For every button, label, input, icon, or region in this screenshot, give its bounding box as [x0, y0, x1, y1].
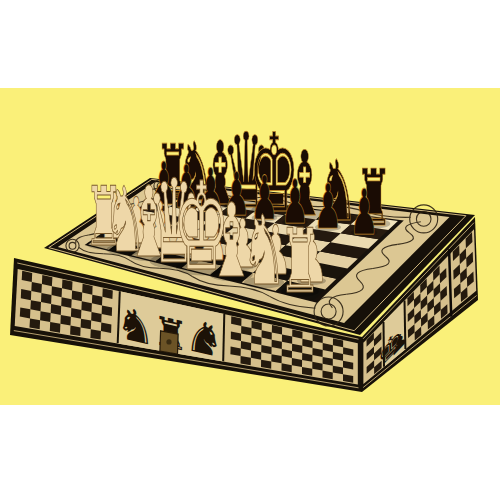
chess-set-scene: ♞♜♞♚♟♜♞♝♟♟♛♟♚♟♝♟♞♟♜♟♟♟♟♜♟♞♟♝♟♛♟♚♟♝♟♞♜	[0, 0, 500, 500]
knight-silhouette-mirrored: ♞	[184, 308, 223, 368]
knight-silhouette: ♞	[116, 296, 155, 356]
piece-black-p-h7: ♟	[349, 175, 378, 249]
clasp-knob	[166, 339, 171, 344]
piece-white-r-h1: ♜	[279, 209, 320, 313]
product-photo-stage: ♞♜♞♚♟♜♞♝♟♟♛♟♚♟♝♟♞♟♜♟♟♟♟♜♟♞♟♝♟♛♟♚♟♝♟♞♜	[0, 0, 500, 500]
